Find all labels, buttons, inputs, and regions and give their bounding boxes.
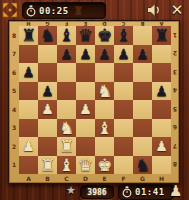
rank-label-7: 7 xyxy=(171,137,179,156)
square-c6[interactable] xyxy=(57,63,76,82)
chess-board: ABCDEFGH 87654321 ♜♞♝♛♚♝♜♟♟♟♟♟♟♟♞♟♟♟♞♝♟♜… xyxy=(8,20,180,184)
piece-black-r-a8[interactable]: ♜ xyxy=(19,26,38,45)
square-h3[interactable] xyxy=(152,119,171,138)
piece-black-b-f8[interactable]: ♝ xyxy=(114,26,133,45)
score-panel: 3986 xyxy=(80,185,114,199)
file-labels-bottom: ABCDEFGH xyxy=(19,174,171,183)
square-b7[interactable] xyxy=(38,45,57,64)
move-timer-value: 00:25 xyxy=(39,6,69,16)
rank-label-8: 8 xyxy=(171,156,179,175)
square-h4[interactable] xyxy=(152,100,171,119)
square-e4[interactable] xyxy=(95,100,114,119)
square-g3[interactable] xyxy=(133,119,152,138)
square-a4[interactable] xyxy=(19,100,38,119)
piece-white-p-d4[interactable]: ♟ xyxy=(76,100,95,119)
rank-label-1: 1 xyxy=(171,26,179,45)
game-timer-value: 01:41 xyxy=(135,187,165,197)
square-f2[interactable] xyxy=(114,137,133,156)
square-g2[interactable] xyxy=(133,137,152,156)
close-button[interactable]: ✕ xyxy=(167,0,187,20)
square-d2[interactable] xyxy=(76,137,95,156)
pawn-icon: ♟ xyxy=(169,182,182,200)
square-b6[interactable] xyxy=(38,63,57,82)
square-e1[interactable]: ♚ xyxy=(95,156,114,175)
square-f6[interactable] xyxy=(114,63,133,82)
square-c7[interactable]: ♟ xyxy=(57,45,76,64)
piece-black-q-d8[interactable]: ♛ xyxy=(76,26,95,45)
square-a6[interactable]: ♟ xyxy=(19,63,38,82)
piece-black-n-b8[interactable]: ♞ xyxy=(38,26,57,45)
rank-labels-left: 87654321 xyxy=(9,26,19,174)
rank-label-3: 3 xyxy=(171,63,179,82)
rank-label-4: 4 xyxy=(9,100,19,119)
rank-label-6: 6 xyxy=(171,119,179,138)
square-e3[interactable]: ♝ xyxy=(95,119,114,138)
piece-black-p-a6[interactable]: ♟ xyxy=(19,63,38,82)
rank-label-8: 8 xyxy=(9,26,19,45)
piece-white-p-h2[interactable]: ♟ xyxy=(152,137,171,156)
square-g6[interactable] xyxy=(133,63,152,82)
square-c1[interactable]: ♝ xyxy=(57,156,76,175)
piece-black-p-e7[interactable]: ♟ xyxy=(95,45,114,64)
square-d3[interactable] xyxy=(76,119,95,138)
piece-white-r-c2[interactable]: ♜ xyxy=(57,137,76,156)
square-h1[interactable] xyxy=(152,156,171,175)
square-e2[interactable] xyxy=(95,137,114,156)
fullscreen-arrows-icon xyxy=(2,2,18,18)
sound-button[interactable] xyxy=(146,2,163,18)
square-h6[interactable] xyxy=(152,63,171,82)
square-b5[interactable]: ♟ xyxy=(38,82,57,101)
square-b2[interactable] xyxy=(38,137,57,156)
piece-white-n-e5[interactable]: ♞ xyxy=(95,82,114,101)
square-b4[interactable]: ♟ xyxy=(38,100,57,119)
file-label-b: B xyxy=(38,174,57,183)
square-f7[interactable]: ♟ xyxy=(114,45,133,64)
square-a8[interactable]: ♜ xyxy=(19,26,38,45)
square-g1[interactable]: ♞ xyxy=(133,156,152,175)
square-e5[interactable]: ♞ xyxy=(95,82,114,101)
rank-label-7: 7 xyxy=(9,45,19,64)
square-d7[interactable]: ♟ xyxy=(76,45,95,64)
top-bar: 00:25 ♜ ✕ xyxy=(0,0,189,20)
square-a7[interactable] xyxy=(19,45,38,64)
piece-white-p-a2[interactable]: ♟ xyxy=(19,137,38,156)
square-h2[interactable]: ♟ xyxy=(152,137,171,156)
game-timer-panel: 01:41 xyxy=(118,184,174,200)
fullscreen-button[interactable] xyxy=(2,2,18,18)
rank-label-5: 5 xyxy=(9,82,19,101)
piece-black-r-h8[interactable]: ♜ xyxy=(152,26,171,45)
score-value: 3986 xyxy=(87,188,106,197)
piece-black-p-c7[interactable]: ♟ xyxy=(57,45,76,64)
file-label-f: F xyxy=(114,174,133,183)
speaker-icon xyxy=(146,2,163,18)
square-e6[interactable] xyxy=(95,63,114,82)
piece-black-k-e8[interactable]: ♚ xyxy=(95,26,114,45)
star-icon: ★ xyxy=(66,184,76,198)
square-a3[interactable] xyxy=(19,119,38,138)
piece-black-p-g7[interactable]: ♟ xyxy=(133,45,152,64)
piece-white-b-c1[interactable]: ♝ xyxy=(57,156,76,175)
rank-label-3: 3 xyxy=(9,119,19,138)
piece-black-b-c8[interactable]: ♝ xyxy=(57,26,76,45)
piece-white-r-b1[interactable]: ♜ xyxy=(38,156,57,175)
square-c3[interactable]: ♞ xyxy=(57,119,76,138)
square-f5[interactable] xyxy=(114,82,133,101)
piece-black-p-b5[interactable]: ♟ xyxy=(38,82,57,101)
square-h7[interactable] xyxy=(152,45,171,64)
file-label-d: D xyxy=(76,174,95,183)
square-d1[interactable]: ♛ xyxy=(76,156,95,175)
file-label-e: E xyxy=(95,174,114,183)
bottom-bar: ★ 3986 01:41 ♟ xyxy=(0,184,189,200)
square-e8[interactable]: ♚ xyxy=(95,26,114,45)
square-c2[interactable]: ♜ xyxy=(57,137,76,156)
square-h8[interactable]: ♜ xyxy=(152,26,171,45)
stopwatch-icon xyxy=(122,186,132,198)
square-f3[interactable] xyxy=(114,119,133,138)
square-d4[interactable]: ♟ xyxy=(76,100,95,119)
move-timer-panel: 00:25 ♜ xyxy=(22,2,106,19)
square-g7[interactable]: ♟ xyxy=(133,45,152,64)
square-d8[interactable]: ♛ xyxy=(76,26,95,45)
rank-label-2: 2 xyxy=(9,137,19,156)
piece-white-b-e3[interactable]: ♝ xyxy=(95,119,114,138)
square-g4[interactable] xyxy=(133,100,152,119)
square-g8[interactable] xyxy=(133,26,152,45)
square-h5[interactable]: ♟ xyxy=(152,82,171,101)
rank-labels-right: 87654321 xyxy=(171,26,179,174)
square-f8[interactable]: ♝ xyxy=(114,26,133,45)
stopwatch-icon xyxy=(26,5,36,17)
rank-label-4: 4 xyxy=(171,82,179,101)
file-label-a: A xyxy=(19,174,38,183)
piece-white-q-d1[interactable]: ♛ xyxy=(76,156,95,175)
square-d6[interactable] xyxy=(76,63,95,82)
square-a2[interactable]: ♟ xyxy=(19,137,38,156)
square-b3[interactable] xyxy=(38,119,57,138)
board-squares: ♜♞♝♛♚♝♜♟♟♟♟♟♟♟♞♟♟♟♞♝♟♜♟♜♝♛♚♞ xyxy=(19,26,171,174)
square-a5[interactable] xyxy=(19,82,38,101)
rank-label-2: 2 xyxy=(171,45,179,64)
square-g5[interactable] xyxy=(133,82,152,101)
rank-label-6: 6 xyxy=(9,63,19,82)
file-label-c: C xyxy=(57,174,76,183)
square-b1[interactable]: ♜ xyxy=(38,156,57,175)
square-e7[interactable]: ♟ xyxy=(95,45,114,64)
file-label-g: G xyxy=(133,174,152,183)
rank-label-5: 5 xyxy=(171,100,179,119)
piece-white-k-e1[interactable]: ♚ xyxy=(95,156,114,175)
piece-black-p-f7[interactable]: ♟ xyxy=(114,45,133,64)
square-c5[interactable] xyxy=(57,82,76,101)
square-a1[interactable] xyxy=(19,156,38,175)
piece-black-n-g1[interactable]: ♞ xyxy=(133,156,152,175)
piece-white-p-b4[interactable]: ♟ xyxy=(38,100,57,119)
square-b8[interactable]: ♞ xyxy=(38,26,57,45)
chess-app-screen: 00:25 ♜ ✕ ABCDEFGH 87654321 ♜♞♝♛♚♝♜♟♟♟♟♟… xyxy=(0,0,189,200)
piece-black-p-d7[interactable]: ♟ xyxy=(76,45,95,64)
square-f1[interactable] xyxy=(114,156,133,175)
square-c4[interactable] xyxy=(57,100,76,119)
square-d5[interactable] xyxy=(76,82,95,101)
piece-black-p-h5[interactable]: ♟ xyxy=(152,82,171,101)
square-f4[interactable] xyxy=(114,100,133,119)
rank-label-1: 1 xyxy=(9,156,19,175)
rook-icon: ♜ xyxy=(74,5,84,16)
square-c8[interactable]: ♝ xyxy=(57,26,76,45)
piece-white-n-c3[interactable]: ♞ xyxy=(57,119,76,138)
